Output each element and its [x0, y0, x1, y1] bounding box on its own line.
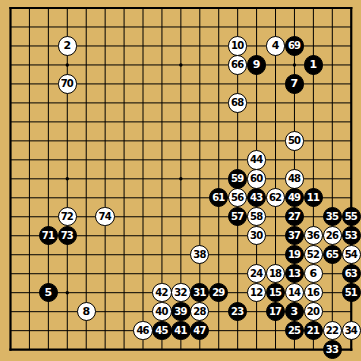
move-number: 69 [288, 41, 300, 51]
move-number: 6 [310, 268, 318, 279]
move-number: 65 [326, 250, 338, 260]
move-number: 45 [155, 326, 167, 336]
go-stone-black-17[interactable]: 17 [266, 302, 285, 321]
move-number: 8 [82, 306, 90, 317]
go-stone-white-32[interactable]: 32 [171, 283, 190, 302]
move-number: 36 [307, 231, 319, 241]
go-stone-white-18[interactable]: 18 [266, 264, 285, 283]
go-stone-white-10[interactable]: 10 [228, 36, 247, 55]
go-stone-white-52[interactable]: 52 [304, 245, 323, 264]
go-stone-black-35[interactable]: 35 [323, 207, 342, 226]
move-number: 47 [193, 326, 205, 336]
go-stone-black-25[interactable]: 25 [285, 321, 304, 340]
move-number: 24 [250, 269, 262, 279]
move-number: 51 [345, 288, 357, 298]
go-stone-white-30[interactable]: 30 [247, 226, 266, 245]
move-number: 23 [231, 307, 243, 317]
go-stone-black-27[interactable]: 27 [285, 207, 304, 226]
move-number: 37 [288, 231, 300, 241]
stones-layer: 1234567891011121314151617181920212223242… [0, 0, 361, 361]
go-stone-white-48[interactable]: 48 [285, 169, 304, 188]
move-number: 66 [231, 60, 243, 70]
move-number: 11 [307, 193, 319, 203]
go-stone-black-29[interactable]: 29 [209, 283, 228, 302]
go-stone-white-14[interactable]: 14 [285, 283, 304, 302]
move-number: 30 [250, 231, 262, 241]
move-number: 20 [307, 307, 319, 317]
move-number: 19 [288, 250, 300, 260]
go-stone-white-66[interactable]: 66 [228, 55, 247, 74]
move-number: 61 [212, 193, 224, 203]
go-stone-black-73[interactable]: 73 [58, 226, 77, 245]
go-stone-black-13[interactable]: 13 [285, 264, 304, 283]
go-stone-black-33[interactable]: 33 [323, 340, 342, 359]
go-stone-black-43[interactable]: 43 [247, 188, 266, 207]
move-number: 48 [288, 174, 300, 184]
move-number: 49 [288, 193, 300, 203]
go-stone-white-38[interactable]: 38 [190, 245, 209, 264]
move-number: 54 [345, 250, 357, 260]
go-stone-black-71[interactable]: 71 [39, 226, 58, 245]
go-stone-black-65[interactable]: 65 [323, 245, 342, 264]
go-stone-white-36[interactable]: 36 [304, 226, 323, 245]
go-stone-black-19[interactable]: 19 [285, 245, 304, 264]
go-stone-black-31[interactable]: 31 [190, 283, 209, 302]
move-number: 33 [326, 345, 338, 355]
move-number: 34 [345, 326, 357, 336]
move-number: 17 [269, 307, 281, 317]
move-number: 29 [212, 288, 224, 298]
go-stone-white-50[interactable]: 50 [285, 131, 304, 150]
go-stone-black-15[interactable]: 15 [266, 283, 285, 302]
move-number: 40 [155, 307, 167, 317]
go-stone-black-3[interactable]: 3 [285, 302, 304, 321]
move-number: 56 [231, 193, 243, 203]
go-stone-black-23[interactable]: 23 [228, 302, 247, 321]
move-number: 44 [250, 155, 262, 165]
go-stone-black-21[interactable]: 21 [304, 321, 323, 340]
go-stone-black-57[interactable]: 57 [228, 207, 247, 226]
move-number: 68 [231, 98, 243, 108]
go-stone-white-56[interactable]: 56 [228, 188, 247, 207]
move-number: 13 [288, 269, 300, 279]
move-number: 53 [345, 231, 357, 241]
go-stone-black-55[interactable]: 55 [342, 207, 361, 226]
move-number: 62 [269, 193, 281, 203]
go-stone-black-59[interactable]: 59 [228, 169, 247, 188]
move-number: 63 [345, 269, 357, 279]
go-stone-black-39[interactable]: 39 [171, 302, 190, 321]
go-stone-black-11[interactable]: 11 [304, 188, 323, 207]
move-number: 39 [174, 307, 186, 317]
move-number: 4 [272, 40, 280, 51]
go-stone-white-54[interactable]: 54 [342, 245, 361, 264]
go-stone-black-63[interactable]: 63 [342, 264, 361, 283]
go-stone-white-12[interactable]: 12 [247, 283, 266, 302]
go-stone-black-69[interactable]: 69 [285, 36, 304, 55]
move-number: 18 [269, 269, 281, 279]
go-stone-white-60[interactable]: 60 [247, 169, 266, 188]
move-number: 42 [155, 288, 167, 298]
move-number: 59 [231, 174, 243, 184]
go-stone-black-47[interactable]: 47 [190, 321, 209, 340]
move-number: 14 [288, 288, 300, 298]
go-stone-white-74[interactable]: 74 [95, 207, 114, 226]
go-stone-black-7[interactable]: 7 [285, 74, 304, 93]
move-number: 58 [250, 212, 262, 222]
move-number: 70 [61, 79, 73, 89]
move-number: 12 [250, 288, 262, 298]
move-number: 72 [61, 212, 73, 222]
move-number: 50 [288, 136, 300, 146]
go-stone-white-58[interactable]: 58 [247, 207, 266, 226]
move-number: 5 [45, 287, 53, 298]
go-stone-black-45[interactable]: 45 [152, 321, 171, 340]
go-stone-white-28[interactable]: 28 [190, 302, 209, 321]
go-stone-white-16[interactable]: 16 [304, 283, 323, 302]
move-number: 60 [250, 174, 262, 184]
move-number: 32 [174, 288, 186, 298]
go-stone-white-20[interactable]: 20 [304, 302, 323, 321]
move-number: 46 [136, 326, 148, 336]
move-number: 25 [288, 326, 300, 336]
go-stone-white-22[interactable]: 22 [323, 321, 342, 340]
go-stone-white-40[interactable]: 40 [152, 302, 171, 321]
go-stone-white-26[interactable]: 26 [323, 226, 342, 245]
move-number: 52 [307, 250, 319, 260]
go-stone-black-41[interactable]: 41 [171, 321, 190, 340]
go-stone-black-5[interactable]: 5 [39, 283, 58, 302]
move-number: 22 [326, 326, 338, 336]
move-number: 16 [307, 288, 319, 298]
go-stone-white-68[interactable]: 68 [228, 93, 247, 112]
move-number: 15 [269, 288, 281, 298]
move-number: 31 [193, 288, 205, 298]
go-stone-white-42[interactable]: 42 [152, 283, 171, 302]
go-stone-black-49[interactable]: 49 [285, 188, 304, 207]
go-stone-white-72[interactable]: 72 [58, 207, 77, 226]
go-stone-white-8[interactable]: 8 [77, 302, 96, 321]
go-stone-white-70[interactable]: 70 [58, 74, 77, 93]
move-number: 1 [310, 59, 318, 70]
move-number: 35 [326, 212, 338, 222]
go-stone-black-61[interactable]: 61 [209, 188, 228, 207]
move-number: 26 [326, 231, 338, 241]
move-number: 38 [193, 250, 205, 260]
move-number: 9 [253, 59, 261, 70]
move-number: 2 [63, 40, 71, 51]
move-number: 21 [307, 326, 319, 336]
move-number: 71 [42, 231, 54, 241]
move-number: 55 [345, 212, 357, 222]
move-number: 10 [231, 41, 243, 51]
go-stone-white-4[interactable]: 4 [266, 36, 285, 55]
go-stone-white-62[interactable]: 62 [266, 188, 285, 207]
move-number: 73 [61, 231, 73, 241]
move-number: 74 [99, 212, 111, 222]
move-number: 57 [231, 212, 243, 222]
go-stone-black-9[interactable]: 9 [247, 55, 266, 74]
go-stone-white-2[interactable]: 2 [58, 36, 77, 55]
go-stone-black-37[interactable]: 37 [285, 226, 304, 245]
move-number: 7 [291, 78, 299, 89]
go-stone-black-51[interactable]: 51 [342, 283, 361, 302]
go-stone-white-6[interactable]: 6 [304, 264, 323, 283]
go-stone-white-24[interactable]: 24 [247, 264, 266, 283]
move-number: 43 [250, 193, 262, 203]
go-stone-black-1[interactable]: 1 [304, 55, 323, 74]
move-number: 27 [288, 212, 300, 222]
go-stone-white-46[interactable]: 46 [133, 321, 152, 340]
go-stone-white-44[interactable]: 44 [247, 150, 266, 169]
go-board[interactable]: 1234567891011121314151617181920212223242… [0, 0, 361, 361]
go-stone-white-34[interactable]: 34 [342, 321, 361, 340]
move-number: 3 [291, 306, 299, 317]
move-number: 41 [174, 326, 186, 336]
move-number: 28 [193, 307, 205, 317]
go-stone-black-53[interactable]: 53 [342, 226, 361, 245]
